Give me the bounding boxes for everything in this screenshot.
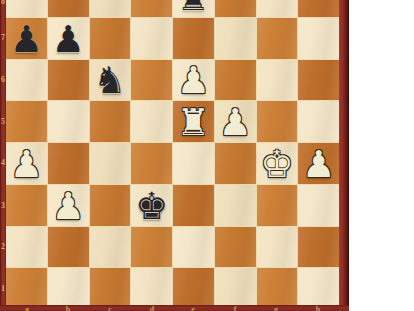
square-b8[interactable] xyxy=(48,0,89,17)
square-d1[interactable] xyxy=(131,268,172,309)
square-a2[interactable] xyxy=(6,227,47,268)
white-pawn[interactable]: ♟ xyxy=(10,146,43,183)
square-d6[interactable] xyxy=(131,60,172,101)
file-label-a: a xyxy=(22,306,32,311)
square-e6[interactable]: ♟ xyxy=(173,60,214,101)
chessboard: ♜♟♟♞♟♜♟♟♚♟♟♚ xyxy=(6,0,339,309)
board-right-border xyxy=(339,0,349,311)
file-label-h: h xyxy=(313,306,323,311)
square-f5[interactable]: ♟ xyxy=(215,101,256,142)
square-h5[interactable] xyxy=(298,101,339,142)
square-c5[interactable] xyxy=(90,101,131,142)
square-f1[interactable] xyxy=(215,268,256,309)
square-b1[interactable] xyxy=(48,268,89,309)
square-e3[interactable] xyxy=(173,185,214,226)
square-e5[interactable]: ♜ xyxy=(173,101,214,142)
square-a7[interactable]: ♟ xyxy=(6,18,47,59)
square-f3[interactable] xyxy=(215,185,256,226)
square-g4[interactable]: ♚ xyxy=(257,143,298,184)
square-f6[interactable] xyxy=(215,60,256,101)
square-h6[interactable] xyxy=(298,60,339,101)
rank-label-3: 3 xyxy=(0,202,6,210)
square-e1[interactable] xyxy=(173,268,214,309)
square-h3[interactable] xyxy=(298,185,339,226)
square-a3[interactable] xyxy=(6,185,47,226)
file-label-d: d xyxy=(147,306,157,311)
black-pawn[interactable]: ♟ xyxy=(52,21,85,58)
square-g2[interactable] xyxy=(257,227,298,268)
square-a5[interactable] xyxy=(6,101,47,142)
square-f4[interactable] xyxy=(215,143,256,184)
rank-label-1: 1 xyxy=(0,285,6,293)
file-label-c: c xyxy=(105,306,115,311)
square-e4[interactable] xyxy=(173,143,214,184)
rank-label-2: 2 xyxy=(0,243,6,251)
white-pawn[interactable]: ♟ xyxy=(52,188,85,225)
square-h1[interactable] xyxy=(298,268,339,309)
square-e8[interactable]: ♜ xyxy=(173,0,214,17)
square-c6[interactable]: ♞ xyxy=(90,60,131,101)
square-b6[interactable] xyxy=(48,60,89,101)
square-a4[interactable]: ♟ xyxy=(6,143,47,184)
square-g1[interactable] xyxy=(257,268,298,309)
square-d7[interactable] xyxy=(131,18,172,59)
white-pawn[interactable]: ♟ xyxy=(302,146,335,183)
file-label-e: e xyxy=(188,306,198,311)
square-g8[interactable] xyxy=(257,0,298,17)
square-g6[interactable] xyxy=(257,60,298,101)
rank-label-6: 6 xyxy=(0,76,6,84)
file-label-f: f xyxy=(230,306,240,311)
square-f2[interactable] xyxy=(215,227,256,268)
white-king[interactable]: ♚ xyxy=(260,146,293,183)
rank-label-5: 5 xyxy=(0,118,6,126)
square-a1[interactable] xyxy=(6,268,47,309)
file-coordinate-border: abcdefgh xyxy=(0,305,349,311)
square-a6[interactable] xyxy=(6,60,47,101)
white-rook[interactable]: ♜ xyxy=(177,104,210,141)
square-c1[interactable] xyxy=(90,268,131,309)
square-b7[interactable]: ♟ xyxy=(48,18,89,59)
square-d5[interactable] xyxy=(131,101,172,142)
black-knight[interactable]: ♞ xyxy=(93,62,126,99)
square-h7[interactable] xyxy=(298,18,339,59)
square-c7[interactable] xyxy=(90,18,131,59)
square-d8[interactable] xyxy=(131,0,172,17)
black-king[interactable]: ♚ xyxy=(135,188,168,225)
square-f8[interactable] xyxy=(215,0,256,17)
chessboard-screenshot: ♜♟♟♞♟♜♟♟♚♟♟♚ 87654321 abcdefgh xyxy=(0,0,414,311)
square-a8[interactable] xyxy=(6,0,47,17)
square-d3[interactable]: ♚ xyxy=(131,185,172,226)
square-c2[interactable] xyxy=(90,227,131,268)
square-c3[interactable] xyxy=(90,185,131,226)
rank-coordinate-border: 87654321 xyxy=(0,0,6,311)
square-e7[interactable] xyxy=(173,18,214,59)
white-pawn[interactable]: ♟ xyxy=(177,62,210,99)
white-pawn[interactable]: ♟ xyxy=(219,104,252,141)
square-h8[interactable] xyxy=(298,0,339,17)
square-b4[interactable] xyxy=(48,143,89,184)
square-d2[interactable] xyxy=(131,227,172,268)
square-g5[interactable] xyxy=(257,101,298,142)
square-b5[interactable] xyxy=(48,101,89,142)
black-pawn[interactable]: ♟ xyxy=(10,21,43,58)
rank-label-7: 7 xyxy=(0,34,6,42)
square-b2[interactable] xyxy=(48,227,89,268)
square-g7[interactable] xyxy=(257,18,298,59)
rank-label-4: 4 xyxy=(0,159,6,167)
file-label-b: b xyxy=(63,306,73,311)
square-b3[interactable]: ♟ xyxy=(48,185,89,226)
rank-label-8: 8 xyxy=(0,0,6,6)
square-g3[interactable] xyxy=(257,185,298,226)
square-f7[interactable] xyxy=(215,18,256,59)
square-h2[interactable] xyxy=(298,227,339,268)
square-c8[interactable] xyxy=(90,0,131,17)
file-label-g: g xyxy=(271,306,281,311)
black-rook[interactable]: ♜ xyxy=(177,0,210,16)
square-h4[interactable]: ♟ xyxy=(298,143,339,184)
square-c4[interactable] xyxy=(90,143,131,184)
square-e2[interactable] xyxy=(173,227,214,268)
square-d4[interactable] xyxy=(131,143,172,184)
